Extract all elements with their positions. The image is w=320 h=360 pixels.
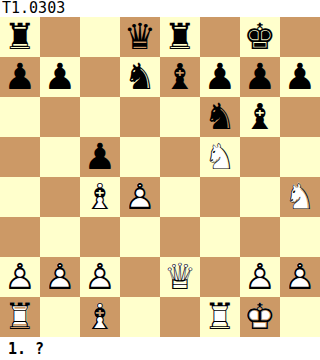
square-c7[interactable] [80, 57, 120, 97]
square-b2[interactable]: ♟♙ [40, 257, 80, 297]
square-d8[interactable]: ♛ [120, 17, 160, 57]
square-a3[interactable] [0, 217, 40, 257]
piece-white-bishop: ♗ [80, 297, 120, 337]
square-e3[interactable] [160, 217, 200, 257]
piece-white-pawn: ♙ [0, 257, 40, 297]
puzzle-title: T1.0303 [2, 0, 65, 17]
piece-white-pawn: ♙ [240, 257, 280, 297]
square-f2[interactable] [200, 257, 240, 297]
square-f5[interactable]: ♞♘ [200, 137, 240, 177]
piece-white-queen: ♕ [160, 257, 200, 297]
piece-white-bishop: ♗ [80, 177, 120, 217]
square-a7[interactable]: ♟ [0, 57, 40, 97]
square-d1[interactable] [120, 297, 160, 337]
square-d7[interactable]: ♞ [120, 57, 160, 97]
square-e5[interactable] [160, 137, 200, 177]
square-f4[interactable] [200, 177, 240, 217]
square-c8[interactable] [80, 17, 120, 57]
square-d4[interactable]: ♟♙ [120, 177, 160, 217]
piece-white-pawn: ♙ [40, 257, 80, 297]
square-f3[interactable] [200, 217, 240, 257]
square-f7[interactable]: ♟ [200, 57, 240, 97]
piece-black-bishop: ♝ [240, 97, 280, 137]
square-f1[interactable]: ♜♖ [200, 297, 240, 337]
square-b8[interactable] [40, 17, 80, 57]
piece-black-rook: ♜ [0, 17, 40, 57]
piece-white-rook: ♖ [0, 297, 40, 337]
square-a8[interactable]: ♜ [0, 17, 40, 57]
square-a5[interactable] [0, 137, 40, 177]
piece-black-queen: ♛ [120, 17, 160, 57]
chess-puzzle-window: T1.0303 ♜♛♜♚♟♟♞♝♟♟♟♞♝♟♞♘♝♗♟♙♞♘♟♙♟♙♟♙♛♕♟♙… [0, 0, 320, 360]
square-d5[interactable] [120, 137, 160, 177]
square-f8[interactable] [200, 17, 240, 57]
square-a1[interactable]: ♜♖ [0, 297, 40, 337]
piece-white-rook: ♖ [200, 297, 240, 337]
piece-black-pawn: ♟ [40, 57, 80, 97]
piece-black-pawn: ♟ [200, 57, 240, 97]
move-prompt: 1. ? [8, 339, 44, 360]
piece-black-pawn: ♟ [80, 137, 120, 177]
square-h1[interactable] [280, 297, 320, 337]
piece-black-knight: ♞ [120, 57, 160, 97]
chess-board: ♜♛♜♚♟♟♞♝♟♟♟♞♝♟♞♘♝♗♟♙♞♘♟♙♟♙♟♙♛♕♟♙♟♙♜♖♝♗♜♖… [0, 17, 320, 337]
piece-black-pawn: ♟ [240, 57, 280, 97]
square-b4[interactable] [40, 177, 80, 217]
square-d2[interactable] [120, 257, 160, 297]
square-g1[interactable]: ♚♔ [240, 297, 280, 337]
square-c3[interactable] [80, 217, 120, 257]
square-c5[interactable]: ♟ [80, 137, 120, 177]
square-g3[interactable] [240, 217, 280, 257]
piece-black-pawn: ♟ [0, 57, 40, 97]
square-h7[interactable]: ♟ [280, 57, 320, 97]
piece-white-pawn: ♙ [280, 257, 320, 297]
piece-white-knight: ♘ [280, 177, 320, 217]
square-b1[interactable] [40, 297, 80, 337]
square-d3[interactable] [120, 217, 160, 257]
square-h3[interactable] [280, 217, 320, 257]
square-b3[interactable] [40, 217, 80, 257]
square-a2[interactable]: ♟♙ [0, 257, 40, 297]
square-a6[interactable] [0, 97, 40, 137]
square-e4[interactable] [160, 177, 200, 217]
square-h6[interactable] [280, 97, 320, 137]
piece-white-pawn: ♙ [120, 177, 160, 217]
square-h8[interactable] [280, 17, 320, 57]
piece-white-king: ♔ [240, 297, 280, 337]
square-g6[interactable]: ♝ [240, 97, 280, 137]
square-e1[interactable] [160, 297, 200, 337]
square-g4[interactable] [240, 177, 280, 217]
piece-black-rook: ♜ [160, 17, 200, 57]
square-c2[interactable]: ♟♙ [80, 257, 120, 297]
piece-white-pawn: ♙ [80, 257, 120, 297]
square-b6[interactable] [40, 97, 80, 137]
square-e7[interactable]: ♝ [160, 57, 200, 97]
piece-black-pawn: ♟ [280, 57, 320, 97]
square-h5[interactable] [280, 137, 320, 177]
square-h2[interactable]: ♟♙ [280, 257, 320, 297]
square-f6[interactable]: ♞ [200, 97, 240, 137]
square-e2[interactable]: ♛♕ [160, 257, 200, 297]
square-e8[interactable]: ♜ [160, 17, 200, 57]
piece-white-knight: ♘ [200, 137, 240, 177]
piece-black-king: ♚ [240, 17, 280, 57]
square-g2[interactable]: ♟♙ [240, 257, 280, 297]
square-b7[interactable]: ♟ [40, 57, 80, 97]
square-h4[interactable]: ♞♘ [280, 177, 320, 217]
square-g7[interactable]: ♟ [240, 57, 280, 97]
square-c1[interactable]: ♝♗ [80, 297, 120, 337]
square-a4[interactable] [0, 177, 40, 217]
square-g5[interactable] [240, 137, 280, 177]
square-b5[interactable] [40, 137, 80, 177]
square-c4[interactable]: ♝♗ [80, 177, 120, 217]
square-g8[interactable]: ♚ [240, 17, 280, 57]
square-d6[interactable] [120, 97, 160, 137]
piece-black-knight: ♞ [200, 97, 240, 137]
square-c6[interactable] [80, 97, 120, 137]
piece-black-bishop: ♝ [160, 57, 200, 97]
square-e6[interactable] [160, 97, 200, 137]
